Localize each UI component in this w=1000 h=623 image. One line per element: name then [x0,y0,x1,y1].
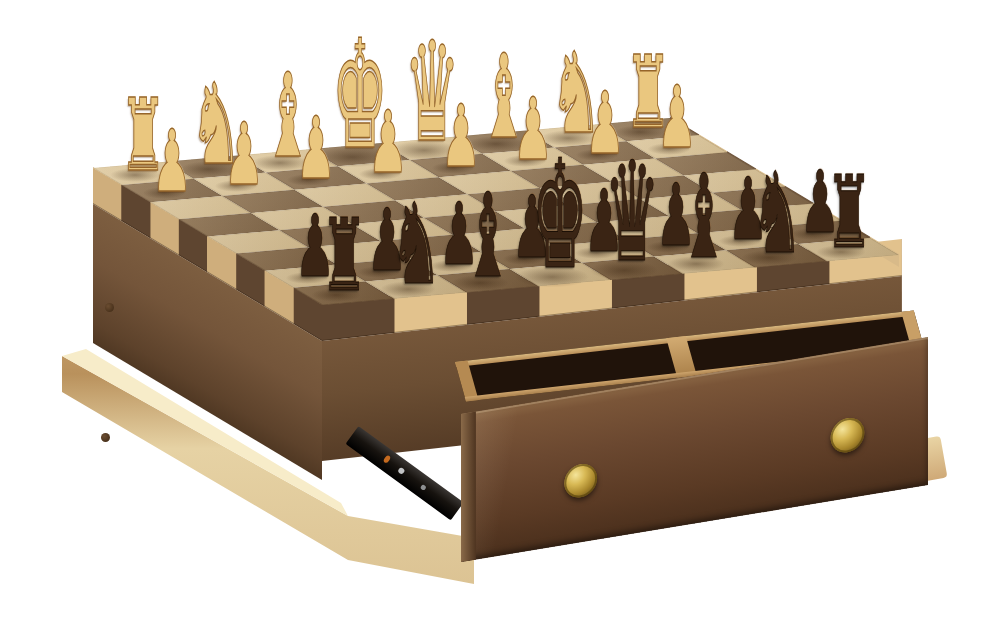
piece-white-pawn[interactable]: ♟ [224,111,264,197]
piece-white-pawn[interactable]: ♟ [440,92,480,178]
piece-white-pawn[interactable]: ♟ [296,105,336,191]
piece-black-bishop[interactable]: ♝ [464,178,512,294]
piece-black-rook[interactable]: ♜ [825,163,872,263]
piece-black-knight[interactable]: ♞ [750,157,802,269]
piece-black-bishop[interactable]: ♝ [680,160,728,276]
scene: ♜♞♝♚♛♝♞♜♟♟♟♟♟♟♟♟♟♟♟♟♟♟♟♟♜♞♝♚♛♝♞♜ [0,0,1000,623]
piece-white-pawn[interactable]: ♟ [657,73,697,159]
piece-black-rook[interactable]: ♜ [320,206,367,306]
pieces-layer: ♜♞♝♚♛♝♞♜♟♟♟♟♟♟♟♟♟♟♟♟♟♟♟♟♜♞♝♚♛♝♞♜ [0,0,1000,623]
piece-white-pawn[interactable]: ♟ [368,98,408,184]
piece-black-queen[interactable]: ♛ [604,144,660,282]
piece-white-pawn[interactable]: ♟ [152,117,192,203]
piece-black-knight[interactable]: ♞ [390,188,442,300]
piece-black-king[interactable]: ♚ [532,139,588,289]
